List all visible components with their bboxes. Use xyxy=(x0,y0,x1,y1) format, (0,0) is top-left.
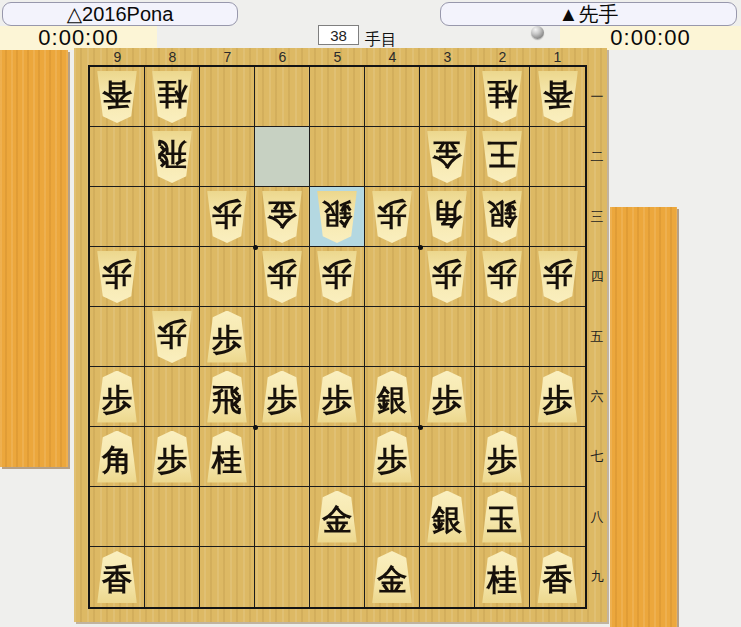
piece-sente-pawn: 歩 xyxy=(94,371,140,423)
square-58[interactable]: 金 xyxy=(310,487,365,547)
square-79[interactable] xyxy=(200,547,255,607)
piece-gote-knight: 桂 xyxy=(149,71,195,123)
piece-kanji: 歩 xyxy=(432,259,462,289)
piece-gote-knight: 桂 xyxy=(479,71,525,123)
square-65[interactable] xyxy=(255,307,310,367)
last-move-from-square-62[interactable] xyxy=(255,127,310,187)
piece-sente-rook: 飛 xyxy=(204,371,250,423)
square-75[interactable]: 歩 xyxy=(200,307,255,367)
star-point-1 xyxy=(253,245,258,250)
piece-kanji: 銀 xyxy=(487,199,517,229)
square-63[interactable]: 金 xyxy=(255,187,310,247)
file-label-8: 8 xyxy=(145,50,200,65)
piece-kanji: 歩 xyxy=(432,385,462,415)
rank-label-4: 四 xyxy=(587,247,607,307)
piece-gote-pawn: 歩 xyxy=(204,191,250,243)
piece-kanji: 歩 xyxy=(322,259,352,289)
piece-sente-silver: 銀 xyxy=(369,371,415,423)
piece-kanji: 歩 xyxy=(543,385,573,415)
square-93[interactable] xyxy=(90,187,145,247)
square-28[interactable]: 玉 xyxy=(475,487,530,547)
piece-sente-pawn: 歩 xyxy=(535,371,581,423)
piece-sente-pawn: 歩 xyxy=(259,371,305,423)
piece-kanji: 歩 xyxy=(267,385,297,415)
square-86[interactable] xyxy=(145,367,200,427)
sente-clock: 0:00:00 xyxy=(560,26,741,50)
rank-label-7: 七 xyxy=(587,427,607,487)
square-82[interactable]: 飛 xyxy=(145,127,200,187)
piece-gote-king: 王 xyxy=(479,131,525,183)
piece-kanji: 銀 xyxy=(322,199,352,229)
rank-label-8: 八 xyxy=(587,487,607,547)
square-76[interactable]: 飛 xyxy=(200,367,255,427)
square-85[interactable]: 歩 xyxy=(145,307,200,367)
piece-gote-pawn: 歩 xyxy=(479,251,525,303)
piece-kanji: 歩 xyxy=(212,325,242,355)
piece-kanji: 金 xyxy=(267,199,297,229)
square-72[interactable] xyxy=(200,127,255,187)
square-52[interactable] xyxy=(310,127,365,187)
square-46[interactable]: 銀 xyxy=(365,367,420,427)
square-71[interactable] xyxy=(200,67,255,127)
piece-gote-pawn: 歩 xyxy=(94,251,140,303)
square-33[interactable]: 角 xyxy=(420,187,475,247)
piece-kanji: 飛 xyxy=(212,385,242,415)
sente-piece-stand[interactable] xyxy=(610,207,677,627)
square-73[interactable]: 歩 xyxy=(200,187,255,247)
square-32[interactable]: 金 xyxy=(420,127,475,187)
square-14[interactable]: 歩 xyxy=(530,247,585,307)
piece-kanji: 桂 xyxy=(487,565,517,595)
piece-kanji: 玉 xyxy=(487,505,517,535)
turn-indicator-orb xyxy=(531,26,544,39)
board-grid: 香桂桂香飛金王歩金銀歩角銀歩歩歩歩歩歩歩歩歩飛歩歩銀歩歩角歩桂歩歩金銀玉香金桂香 xyxy=(88,65,587,609)
file-label-1: 1 xyxy=(530,50,585,65)
square-64[interactable]: 歩 xyxy=(255,247,310,307)
square-18[interactable] xyxy=(530,487,585,547)
square-92[interactable] xyxy=(90,127,145,187)
piece-kanji: 歩 xyxy=(543,259,573,289)
piece-kanji: 金 xyxy=(322,505,352,535)
square-41[interactable] xyxy=(365,67,420,127)
piece-kanji: 歩 xyxy=(102,259,132,289)
piece-sente-lance: 香 xyxy=(535,551,581,603)
piece-sente-gold: 金 xyxy=(314,491,360,543)
square-55[interactable] xyxy=(310,307,365,367)
piece-gote-rook: 飛 xyxy=(149,131,195,183)
square-13[interactable] xyxy=(530,187,585,247)
piece-gote-lance: 香 xyxy=(535,71,581,123)
piece-kanji: 歩 xyxy=(157,319,187,349)
piece-kanji: 歩 xyxy=(212,199,242,229)
piece-kanji: 銀 xyxy=(432,505,462,535)
square-68[interactable] xyxy=(255,487,310,547)
move-number-display: 38 xyxy=(318,25,359,45)
square-15[interactable] xyxy=(530,307,585,367)
gote-piece-stand[interactable] xyxy=(0,50,68,467)
piece-gote-silver: 銀 xyxy=(479,191,525,243)
square-49[interactable]: 金 xyxy=(365,547,420,607)
square-87[interactable]: 歩 xyxy=(145,427,200,487)
sente-player-name: ▲先手 xyxy=(440,2,737,26)
piece-sente-king: 玉 xyxy=(479,491,525,543)
piece-kanji: 歩 xyxy=(157,445,187,475)
piece-kanji: 歩 xyxy=(377,199,407,229)
square-45[interactable] xyxy=(365,307,420,367)
piece-sente-bishop: 角 xyxy=(94,431,140,483)
square-26[interactable] xyxy=(475,367,530,427)
star-point-4 xyxy=(418,425,423,430)
square-43[interactable]: 歩 xyxy=(365,187,420,247)
square-16[interactable]: 歩 xyxy=(530,367,585,427)
square-69[interactable] xyxy=(255,547,310,607)
square-91[interactable]: 香 xyxy=(90,67,145,127)
piece-gote-pawn: 歩 xyxy=(424,251,470,303)
piece-kanji: 銀 xyxy=(377,385,407,415)
piece-gote-pawn: 歩 xyxy=(149,311,195,363)
square-54[interactable]: 歩 xyxy=(310,247,365,307)
square-59[interactable] xyxy=(310,547,365,607)
square-22[interactable]: 王 xyxy=(475,127,530,187)
gote-clock: 0:00:00 xyxy=(0,26,157,50)
piece-sente-lance: 香 xyxy=(94,551,140,603)
square-74[interactable] xyxy=(200,247,255,307)
star-point-3 xyxy=(253,425,258,430)
square-56[interactable]: 歩 xyxy=(310,367,365,427)
square-24[interactable]: 歩 xyxy=(475,247,530,307)
star-point-2 xyxy=(418,245,423,250)
piece-kanji: 歩 xyxy=(102,385,132,415)
piece-kanji: 香 xyxy=(543,79,573,109)
square-11[interactable]: 香 xyxy=(530,67,585,127)
piece-kanji: 桂 xyxy=(487,79,517,109)
square-34[interactable]: 歩 xyxy=(420,247,475,307)
piece-sente-knight: 桂 xyxy=(479,551,525,603)
piece-sente-silver: 銀 xyxy=(424,491,470,543)
file-labels: 987654321 xyxy=(90,50,585,65)
square-21[interactable]: 桂 xyxy=(475,67,530,127)
square-27[interactable]: 歩 xyxy=(475,427,530,487)
piece-gote-bishop: 角 xyxy=(424,191,470,243)
square-25[interactable] xyxy=(475,307,530,367)
piece-sente-knight: 桂 xyxy=(204,431,250,483)
square-36[interactable]: 歩 xyxy=(420,367,475,427)
piece-kanji: 歩 xyxy=(487,445,517,475)
square-17[interactable] xyxy=(530,427,585,487)
square-66[interactable]: 歩 xyxy=(255,367,310,427)
file-label-5: 5 xyxy=(310,50,365,65)
square-19[interactable]: 香 xyxy=(530,547,585,607)
piece-kanji: 飛 xyxy=(157,139,187,169)
piece-gote-pawn: 歩 xyxy=(535,251,581,303)
gote-player-name: △2016Pona xyxy=(2,2,238,26)
square-48[interactable] xyxy=(365,487,420,547)
square-47[interactable]: 歩 xyxy=(365,427,420,487)
file-label-2: 2 xyxy=(475,50,530,65)
piece-kanji: 歩 xyxy=(322,385,352,415)
square-38[interactable]: 銀 xyxy=(420,487,475,547)
piece-kanji: 歩 xyxy=(267,259,297,289)
square-37[interactable] xyxy=(420,427,475,487)
piece-gote-lance: 香 xyxy=(94,71,140,123)
piece-kanji: 桂 xyxy=(212,445,242,475)
square-44[interactable] xyxy=(365,247,420,307)
piece-kanji: 香 xyxy=(543,565,573,595)
piece-sente-pawn: 歩 xyxy=(314,371,360,423)
rank-label-1: 一 xyxy=(587,67,607,127)
square-99[interactable]: 香 xyxy=(90,547,145,607)
square-88[interactable] xyxy=(145,487,200,547)
file-label-6: 6 xyxy=(255,50,310,65)
piece-sente-gold: 金 xyxy=(369,551,415,603)
piece-gote-pawn: 歩 xyxy=(259,251,305,303)
square-97[interactable]: 角 xyxy=(90,427,145,487)
square-61[interactable] xyxy=(255,67,310,127)
piece-sente-pawn: 歩 xyxy=(149,431,195,483)
square-89[interactable] xyxy=(145,547,200,607)
square-83[interactable] xyxy=(145,187,200,247)
rank-label-2: 二 xyxy=(587,127,607,187)
piece-sente-pawn: 歩 xyxy=(204,311,250,363)
square-78[interactable] xyxy=(200,487,255,547)
file-label-7: 7 xyxy=(200,50,255,65)
rank-label-3: 三 xyxy=(587,187,607,247)
square-39[interactable] xyxy=(420,547,475,607)
piece-kanji: 香 xyxy=(102,79,132,109)
square-98[interactable] xyxy=(90,487,145,547)
piece-kanji: 歩 xyxy=(487,259,517,289)
shogi-app-window: △2016Pona ▲先手 0:00:00 0:00:00 38 手目 9876… xyxy=(0,0,741,627)
rank-label-9: 九 xyxy=(587,547,607,607)
file-label-4: 4 xyxy=(365,50,420,65)
square-84[interactable] xyxy=(145,247,200,307)
piece-gote-gold: 金 xyxy=(259,191,305,243)
square-35[interactable] xyxy=(420,307,475,367)
square-77[interactable]: 桂 xyxy=(200,427,255,487)
piece-kanji: 金 xyxy=(377,565,407,595)
piece-gote-gold: 金 xyxy=(424,131,470,183)
last-move-to-square-53[interactable]: 銀 xyxy=(310,187,365,247)
piece-kanji: 王 xyxy=(487,139,517,169)
piece-kanji: 金 xyxy=(432,139,462,169)
rank-label-6: 六 xyxy=(587,367,607,427)
piece-kanji: 歩 xyxy=(377,445,407,475)
piece-kanji: 角 xyxy=(102,445,132,475)
rank-labels: 一二三四五六七八九 xyxy=(587,67,607,607)
piece-sente-pawn: 歩 xyxy=(424,371,470,423)
piece-gote-pawn: 歩 xyxy=(314,251,360,303)
piece-gote-pawn: 歩 xyxy=(369,191,415,243)
square-81[interactable]: 桂 xyxy=(145,67,200,127)
rank-label-5: 五 xyxy=(587,307,607,367)
piece-gote-silver: 銀 xyxy=(314,191,360,243)
piece-kanji: 桂 xyxy=(157,79,187,109)
square-95[interactable] xyxy=(90,307,145,367)
square-51[interactable] xyxy=(310,67,365,127)
piece-kanji: 香 xyxy=(102,565,132,595)
square-57[interactable] xyxy=(310,427,365,487)
square-67[interactable] xyxy=(255,427,310,487)
piece-sente-pawn: 歩 xyxy=(369,431,415,483)
square-42[interactable] xyxy=(365,127,420,187)
piece-kanji: 角 xyxy=(432,199,462,229)
square-31[interactable] xyxy=(420,67,475,127)
square-23[interactable]: 銀 xyxy=(475,187,530,247)
square-29[interactable]: 桂 xyxy=(475,547,530,607)
square-96[interactable]: 歩 xyxy=(90,367,145,427)
file-label-3: 3 xyxy=(420,50,475,65)
piece-sente-pawn: 歩 xyxy=(479,431,525,483)
square-94[interactable]: 歩 xyxy=(90,247,145,307)
square-12[interactable] xyxy=(530,127,585,187)
file-label-9: 9 xyxy=(90,50,145,65)
